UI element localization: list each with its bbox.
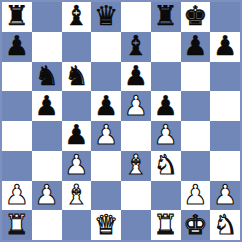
square-g4[interactable] [181, 121, 211, 151]
square-e6[interactable]: ♟ [121, 62, 151, 92]
black-knight[interactable]: ♞ [64, 62, 88, 89]
white-king[interactable]: ♚ [183, 211, 207, 238]
white-pawn[interactable]: ♟ [213, 181, 237, 208]
square-a7[interactable]: ♟ [2, 32, 32, 62]
square-b1[interactable] [32, 210, 62, 240]
black-knight[interactable]: ♞ [35, 62, 59, 89]
square-b7[interactable] [32, 32, 62, 62]
square-g2[interactable]: ♟ [181, 181, 211, 211]
square-e5[interactable]: ♟ [121, 91, 151, 121]
square-f8[interactable]: ♜ [151, 2, 181, 32]
black-bishop[interactable]: ♝ [124, 32, 148, 59]
square-g7[interactable]: ♟ [181, 32, 211, 62]
square-g3[interactable] [181, 151, 211, 181]
square-f3[interactable]: ♞ [151, 151, 181, 181]
square-d8[interactable]: ♛ [91, 2, 121, 32]
white-pawn[interactable]: ♟ [64, 151, 88, 178]
black-pawn[interactable]: ♟ [154, 92, 178, 119]
square-e1[interactable] [121, 210, 151, 240]
square-d5[interactable]: ♟ [91, 91, 121, 121]
square-g6[interactable] [181, 62, 211, 92]
square-c6[interactable]: ♞ [62, 62, 92, 92]
square-g1[interactable]: ♚ [181, 210, 211, 240]
white-knight[interactable]: ♞ [213, 211, 237, 238]
chess-board: ♜♝♛♜♚♟♝♟♟♞♞♟♟♟♟♟♟♟♟♟♝♞♟♟♝♟♟♜♛♜♚♞ [0, 0, 242, 242]
white-bishop[interactable]: ♝ [64, 181, 88, 208]
white-pawn[interactable]: ♟ [154, 121, 178, 148]
white-pawn[interactable]: ♟ [124, 92, 148, 119]
square-e3[interactable]: ♝ [121, 151, 151, 181]
black-rook[interactable]: ♜ [154, 2, 178, 29]
square-c7[interactable] [62, 32, 92, 62]
black-pawn[interactable]: ♟ [35, 92, 59, 119]
square-h3[interactable] [210, 151, 240, 181]
square-f7[interactable] [151, 32, 181, 62]
square-a1[interactable]: ♜ [2, 210, 32, 240]
square-d6[interactable] [91, 62, 121, 92]
square-b4[interactable] [32, 121, 62, 151]
square-a8[interactable]: ♜ [2, 2, 32, 32]
square-c5[interactable] [62, 91, 92, 121]
square-d7[interactable] [91, 32, 121, 62]
square-f6[interactable] [151, 62, 181, 92]
square-h8[interactable] [210, 2, 240, 32]
square-c4[interactable]: ♟ [62, 121, 92, 151]
square-e8[interactable] [121, 2, 151, 32]
square-h4[interactable] [210, 121, 240, 151]
black-pawn[interactable]: ♟ [213, 32, 237, 59]
square-d3[interactable] [91, 151, 121, 181]
square-c2[interactable]: ♝ [62, 181, 92, 211]
square-b5[interactable]: ♟ [32, 91, 62, 121]
square-f1[interactable]: ♜ [151, 210, 181, 240]
black-bishop[interactable]: ♝ [64, 2, 88, 29]
white-knight[interactable]: ♞ [154, 151, 178, 178]
square-f2[interactable] [151, 181, 181, 211]
black-pawn[interactable]: ♟ [124, 62, 148, 89]
white-rook[interactable]: ♜ [154, 211, 178, 238]
white-pawn[interactable]: ♟ [5, 181, 29, 208]
square-d4[interactable]: ♟ [91, 121, 121, 151]
square-b6[interactable]: ♞ [32, 62, 62, 92]
square-h1[interactable]: ♞ [210, 210, 240, 240]
black-pawn[interactable]: ♟ [5, 32, 29, 59]
square-a3[interactable] [2, 151, 32, 181]
black-pawn[interactable]: ♟ [94, 92, 118, 119]
square-d2[interactable] [91, 181, 121, 211]
white-pawn[interactable]: ♟ [94, 121, 118, 148]
square-f4[interactable]: ♟ [151, 121, 181, 151]
white-pawn[interactable]: ♟ [183, 181, 207, 208]
square-b2[interactable]: ♟ [32, 181, 62, 211]
square-h5[interactable] [210, 91, 240, 121]
square-g5[interactable] [181, 91, 211, 121]
square-c3[interactable]: ♟ [62, 151, 92, 181]
black-pawn[interactable]: ♟ [183, 32, 207, 59]
square-a4[interactable] [2, 121, 32, 151]
square-a2[interactable]: ♟ [2, 181, 32, 211]
square-h6[interactable] [210, 62, 240, 92]
square-a5[interactable] [2, 91, 32, 121]
square-c1[interactable] [62, 210, 92, 240]
square-h2[interactable]: ♟ [210, 181, 240, 211]
square-e4[interactable] [121, 121, 151, 151]
square-e7[interactable]: ♝ [121, 32, 151, 62]
square-a6[interactable] [2, 62, 32, 92]
square-e2[interactable] [121, 181, 151, 211]
black-pawn[interactable]: ♟ [64, 121, 88, 148]
white-pawn[interactable]: ♟ [35, 181, 59, 208]
chess-board-window: ♜♝♛♜♚♟♝♟♟♞♞♟♟♟♟♟♟♟♟♟♝♞♟♟♝♟♟♜♛♜♚♞ [0, 0, 242, 242]
white-bishop[interactable]: ♝ [124, 151, 148, 178]
black-rook[interactable]: ♜ [5, 2, 29, 29]
white-queen[interactable]: ♛ [94, 211, 118, 238]
square-g8[interactable]: ♚ [181, 2, 211, 32]
square-b8[interactable] [32, 2, 62, 32]
square-d1[interactable]: ♛ [91, 210, 121, 240]
black-queen[interactable]: ♛ [94, 2, 118, 29]
square-b3[interactable] [32, 151, 62, 181]
square-f5[interactable]: ♟ [151, 91, 181, 121]
black-king[interactable]: ♚ [183, 2, 207, 29]
square-h7[interactable]: ♟ [210, 32, 240, 62]
white-rook[interactable]: ♜ [5, 211, 29, 238]
square-c8[interactable]: ♝ [62, 2, 92, 32]
